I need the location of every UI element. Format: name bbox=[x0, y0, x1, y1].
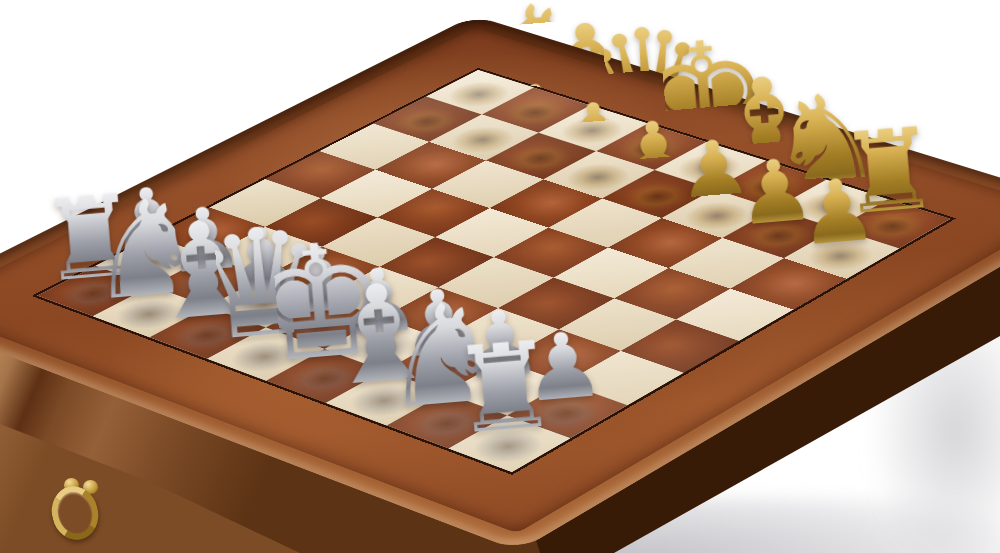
piece-white-rook[interactable]: ♜ bbox=[447, 326, 563, 448]
photo-stage: ♜♞♝♛♚♝♞♜♟♟♟♟♟♟♟♟♟♟♟♟♟♟♟♟♜♞♝♛♚♝♞♜ bbox=[0, 0, 1000, 553]
piece-black-pawn[interactable]: ♟ bbox=[796, 168, 880, 257]
scene-tilt: ♜♞♝♛♚♝♞♜♟♟♟♟♟♟♟♟♟♟♟♟♟♟♟♟♜♞♝♛♚♝♞♜ bbox=[0, 0, 1000, 553]
case-top-plane: ♜♞♝♛♚♝♞♜♟♟♟♟♟♟♟♟♟♟♟♟♟♟♟♟♜♞♝♛♚♝♞♜ bbox=[0, 16, 1000, 552]
